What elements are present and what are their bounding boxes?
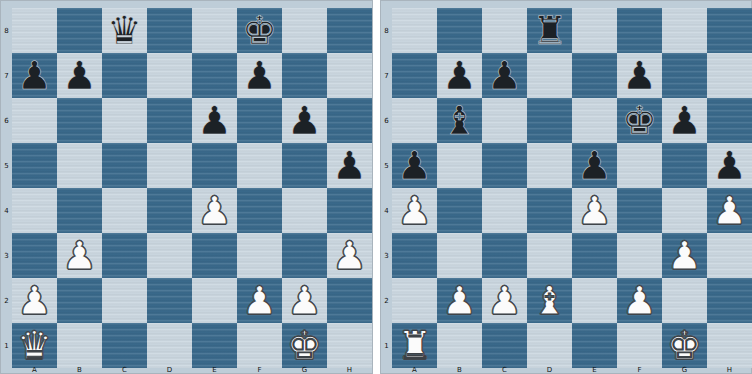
square-g7[interactable]	[282, 53, 327, 98]
square-a6[interactable]	[12, 98, 57, 143]
square-d2[interactable]	[147, 278, 192, 323]
black-rook[interactable]: ♜	[527, 8, 572, 53]
square-g3[interactable]: ♟	[662, 233, 707, 278]
square-b5[interactable]	[437, 143, 482, 188]
square-g1[interactable]: ♚	[282, 323, 327, 368]
square-g2[interactable]: ♟	[282, 278, 327, 323]
square-c6[interactable]	[102, 98, 147, 143]
white-king[interactable]: ♚	[282, 323, 327, 368]
white-pawn[interactable]: ♟	[482, 278, 527, 323]
square-d5[interactable]	[147, 143, 192, 188]
white-pawn[interactable]: ♟	[437, 278, 482, 323]
square-h3[interactable]	[707, 233, 752, 278]
black-king[interactable]: ♚	[237, 8, 282, 53]
square-g6[interactable]: ♟	[662, 98, 707, 143]
square-d3[interactable]	[527, 233, 572, 278]
square-c4[interactable]	[482, 188, 527, 233]
square-e5[interactable]: ♟	[572, 143, 617, 188]
square-b4[interactable]	[437, 188, 482, 233]
square-h8[interactable]	[707, 8, 752, 53]
file-label-c: C	[102, 367, 147, 374]
file-label-c: C	[482, 367, 527, 374]
square-c5[interactable]	[482, 143, 527, 188]
square-a2[interactable]: ♟	[12, 278, 57, 323]
white-queen[interactable]: ♛	[12, 323, 57, 368]
square-f5[interactable]	[237, 143, 282, 188]
square-h2[interactable]	[327, 278, 372, 323]
square-c5[interactable]	[102, 143, 147, 188]
square-e1[interactable]	[572, 323, 617, 368]
square-f2[interactable]: ♟	[617, 278, 662, 323]
white-rook[interactable]: ♜	[392, 323, 437, 368]
file-label-b: B	[57, 367, 102, 374]
rank-label-8: 8	[381, 8, 392, 53]
rank-label-3: 3	[1, 233, 12, 278]
square-c7[interactable]: ♟	[482, 53, 527, 98]
rank-label-3: 3	[381, 233, 392, 278]
board-grid-right: ♜♟♟♟♝♚♟♟♟♟♟♟♟♟♟♟♝♟♜♚	[392, 8, 752, 368]
square-f4[interactable]	[617, 188, 662, 233]
rank-label-5: 5	[381, 143, 392, 188]
square-b7[interactable]: ♟	[437, 53, 482, 98]
square-g8[interactable]	[662, 8, 707, 53]
square-f7[interactable]: ♟	[237, 53, 282, 98]
square-h5[interactable]: ♟	[327, 143, 372, 188]
square-e2[interactable]	[572, 278, 617, 323]
square-h5[interactable]: ♟	[707, 143, 752, 188]
square-b7[interactable]: ♟	[57, 53, 102, 98]
square-a7[interactable]: ♟	[12, 53, 57, 98]
square-c2[interactable]	[102, 278, 147, 323]
square-g4[interactable]	[662, 188, 707, 233]
square-e8[interactable]	[572, 8, 617, 53]
square-h7[interactable]	[327, 53, 372, 98]
square-b2[interactable]	[57, 278, 102, 323]
square-g5[interactable]	[662, 143, 707, 188]
square-h3[interactable]: ♟	[327, 233, 372, 278]
file-labels: ABCDEFGH	[392, 367, 752, 374]
rank-label-4: 4	[1, 188, 12, 233]
white-pawn[interactable]: ♟	[12, 278, 57, 323]
rank-label-7: 7	[1, 53, 12, 98]
board-grid-left: ♛♚♟♟♟♟♟♟♟♟♟♟♟♟♛♚	[12, 8, 372, 368]
chess-board-right: 87654321 ♜♟♟♟♝♚♟♟♟♟♟♟♟♟♟♟♝♟♜♚ ABCDEFGH	[380, 0, 752, 374]
file-label-e: E	[192, 367, 237, 374]
square-h6[interactable]	[707, 98, 752, 143]
black-pawn[interactable]: ♟	[707, 143, 752, 188]
square-a4[interactable]: ♟	[392, 188, 437, 233]
square-g1[interactable]: ♚	[662, 323, 707, 368]
white-pawn[interactable]: ♟	[327, 233, 372, 278]
square-e4[interactable]: ♟	[192, 188, 237, 233]
rank-labels: 87654321	[1, 8, 12, 368]
square-h4[interactable]	[327, 188, 372, 233]
white-pawn[interactable]: ♟	[617, 278, 662, 323]
black-pawn[interactable]: ♟	[12, 53, 57, 98]
black-pawn[interactable]: ♟	[282, 98, 327, 143]
white-pawn[interactable]: ♟	[57, 233, 102, 278]
square-f5[interactable]	[617, 143, 662, 188]
square-c1[interactable]	[482, 323, 527, 368]
chess-board-left: 87654321 ♛♚♟♟♟♟♟♟♟♟♟♟♟♟♛♚ ABCDEFGH	[0, 0, 373, 374]
square-b3[interactable]: ♟	[57, 233, 102, 278]
square-d3[interactable]	[147, 233, 192, 278]
white-pawn[interactable]: ♟	[662, 233, 707, 278]
white-bishop[interactable]: ♝	[527, 278, 572, 323]
square-h8[interactable]	[327, 8, 372, 53]
square-f6[interactable]	[237, 98, 282, 143]
square-b3[interactable]	[437, 233, 482, 278]
square-h6[interactable]	[327, 98, 372, 143]
white-pawn[interactable]: ♟	[392, 188, 437, 233]
square-d4[interactable]	[527, 188, 572, 233]
square-e1[interactable]	[192, 323, 237, 368]
file-label-g: G	[662, 367, 707, 374]
file-label-e: E	[572, 367, 617, 374]
square-f1[interactable]	[617, 323, 662, 368]
square-g7[interactable]	[662, 53, 707, 98]
black-bishop[interactable]: ♝	[437, 98, 482, 143]
square-e5[interactable]	[192, 143, 237, 188]
black-pawn[interactable]: ♟	[192, 98, 237, 143]
square-d7[interactable]	[527, 53, 572, 98]
square-h2[interactable]	[707, 278, 752, 323]
square-f6[interactable]: ♚	[617, 98, 662, 143]
square-f3[interactable]	[237, 233, 282, 278]
square-a5[interactable]: ♟	[392, 143, 437, 188]
black-king[interactable]: ♚	[617, 98, 662, 143]
rank-labels: 87654321	[381, 8, 392, 368]
square-g2[interactable]	[662, 278, 707, 323]
white-pawn[interactable]: ♟	[237, 278, 282, 323]
white-pawn[interactable]: ♟	[192, 188, 237, 233]
square-d5[interactable]	[527, 143, 572, 188]
black-pawn[interactable]: ♟	[327, 143, 372, 188]
square-b6[interactable]: ♝	[437, 98, 482, 143]
square-d1[interactable]	[147, 323, 192, 368]
square-c8[interactable]: ♛	[102, 8, 147, 53]
square-f2[interactable]: ♟	[237, 278, 282, 323]
rank-label-1: 1	[381, 323, 392, 368]
black-pawn[interactable]: ♟	[437, 53, 482, 98]
white-pawn[interactable]: ♟	[282, 278, 327, 323]
square-a4[interactable]	[12, 188, 57, 233]
square-b4[interactable]	[57, 188, 102, 233]
square-g5[interactable]	[282, 143, 327, 188]
square-f3[interactable]	[617, 233, 662, 278]
chess-diagrams: 87654321 ♛♚♟♟♟♟♟♟♟♟♟♟♟♟♛♚ ABCDEFGH 87654…	[0, 0, 752, 374]
white-pawn[interactable]: ♟	[707, 188, 752, 233]
square-f8[interactable]: ♚	[237, 8, 282, 53]
square-a3[interactable]	[392, 233, 437, 278]
black-pawn[interactable]: ♟	[662, 98, 707, 143]
file-label-f: F	[617, 367, 662, 374]
file-labels: ABCDEFGH	[12, 367, 372, 374]
square-d6[interactable]	[527, 98, 572, 143]
black-pawn[interactable]: ♟	[57, 53, 102, 98]
white-pawn[interactable]: ♟	[572, 188, 617, 233]
square-b6[interactable]	[57, 98, 102, 143]
square-b8[interactable]	[437, 8, 482, 53]
square-g6[interactable]: ♟	[282, 98, 327, 143]
square-b2[interactable]: ♟	[437, 278, 482, 323]
square-e4[interactable]: ♟	[572, 188, 617, 233]
square-c1[interactable]	[102, 323, 147, 368]
square-d7[interactable]	[147, 53, 192, 98]
square-e7[interactable]	[192, 53, 237, 98]
square-a1[interactable]: ♛	[12, 323, 57, 368]
black-queen[interactable]: ♛	[102, 8, 147, 53]
square-h7[interactable]	[707, 53, 752, 98]
square-e8[interactable]	[192, 8, 237, 53]
square-d4[interactable]	[147, 188, 192, 233]
square-g3[interactable]	[282, 233, 327, 278]
square-a8[interactable]	[12, 8, 57, 53]
file-label-h: H	[707, 367, 752, 374]
square-a1[interactable]: ♜	[392, 323, 437, 368]
rank-label-6: 6	[1, 98, 12, 143]
file-label-d: D	[147, 367, 192, 374]
square-b8[interactable]	[57, 8, 102, 53]
square-e2[interactable]	[192, 278, 237, 323]
square-g8[interactable]	[282, 8, 327, 53]
square-d8[interactable]: ♜	[527, 8, 572, 53]
file-label-b: B	[437, 367, 482, 374]
file-label-g: G	[282, 367, 327, 374]
square-b5[interactable]	[57, 143, 102, 188]
rank-label-8: 8	[1, 8, 12, 53]
rank-label-7: 7	[381, 53, 392, 98]
square-a5[interactable]	[12, 143, 57, 188]
square-e6[interactable]	[572, 98, 617, 143]
square-f7[interactable]: ♟	[617, 53, 662, 98]
square-c8[interactable]	[482, 8, 527, 53]
file-label-d: D	[527, 367, 572, 374]
black-pawn[interactable]: ♟	[617, 53, 662, 98]
square-c6[interactable]	[482, 98, 527, 143]
square-c3[interactable]	[482, 233, 527, 278]
square-b1[interactable]	[57, 323, 102, 368]
rank-label-6: 6	[381, 98, 392, 143]
square-d2[interactable]: ♝	[527, 278, 572, 323]
square-h1[interactable]	[707, 323, 752, 368]
rank-label-4: 4	[381, 188, 392, 233]
square-g4[interactable]	[282, 188, 327, 233]
rank-label-2: 2	[381, 278, 392, 323]
square-c4[interactable]	[102, 188, 147, 233]
square-c2[interactable]: ♟	[482, 278, 527, 323]
square-e3[interactable]	[572, 233, 617, 278]
square-f1[interactable]	[237, 323, 282, 368]
rank-label-5: 5	[1, 143, 12, 188]
square-d6[interactable]	[147, 98, 192, 143]
square-f8[interactable]	[617, 8, 662, 53]
black-pawn[interactable]: ♟	[237, 53, 282, 98]
square-a7[interactable]	[392, 53, 437, 98]
square-e6[interactable]: ♟	[192, 98, 237, 143]
square-d1[interactable]	[527, 323, 572, 368]
rank-label-2: 2	[1, 278, 12, 323]
black-pawn[interactable]: ♟	[572, 143, 617, 188]
square-h4[interactable]: ♟	[707, 188, 752, 233]
square-a3[interactable]	[12, 233, 57, 278]
square-f4[interactable]	[237, 188, 282, 233]
file-label-h: H	[327, 367, 372, 374]
square-d8[interactable]	[147, 8, 192, 53]
file-label-a: A	[392, 367, 437, 374]
square-a8[interactable]	[392, 8, 437, 53]
square-h1[interactable]	[327, 323, 372, 368]
square-e3[interactable]	[192, 233, 237, 278]
white-king[interactable]: ♚	[662, 323, 707, 368]
square-e7[interactable]	[572, 53, 617, 98]
file-label-a: A	[12, 367, 57, 374]
square-a2[interactable]	[392, 278, 437, 323]
rank-label-1: 1	[1, 323, 12, 368]
black-pawn[interactable]: ♟	[482, 53, 527, 98]
square-a6[interactable]	[392, 98, 437, 143]
black-pawn[interactable]: ♟	[392, 143, 437, 188]
square-c7[interactable]	[102, 53, 147, 98]
square-b1[interactable]	[437, 323, 482, 368]
file-label-f: F	[237, 367, 282, 374]
square-c3[interactable]	[102, 233, 147, 278]
